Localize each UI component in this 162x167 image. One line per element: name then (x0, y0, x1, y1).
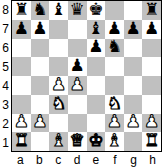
white-rook-h1[interactable]: ♜ (144, 132, 159, 149)
white-bishop-f1[interactable]: ♝ (107, 132, 122, 149)
rank-label-7: 7 (0, 19, 11, 38)
square-h7[interactable]: ♟ (142, 20, 161, 39)
white-king-e1[interactable]: ♚ (88, 132, 103, 149)
square-g1[interactable] (124, 132, 143, 151)
square-g8[interactable] (124, 1, 143, 20)
square-a8[interactable]: ♜ (12, 1, 31, 20)
square-f4[interactable] (105, 76, 124, 95)
file-label-b: b (30, 152, 49, 167)
square-c8[interactable]: ♝ (49, 1, 68, 20)
black-knight-b8[interactable]: ♞ (32, 1, 47, 18)
black-pawn-g7[interactable]: ♟ (125, 20, 140, 37)
square-c4[interactable]: ♟ (49, 76, 68, 95)
square-d2[interactable] (68, 114, 87, 133)
square-c1[interactable]: ♝ (49, 132, 68, 151)
white-pawn-g2[interactable]: ♟ (125, 114, 140, 131)
black-pawn-a7[interactable]: ♟ (14, 20, 29, 37)
square-g6[interactable] (124, 39, 143, 58)
square-c2[interactable] (49, 114, 68, 133)
square-b7[interactable]: ♟ (31, 20, 50, 39)
rank-labels: 87654321 (0, 0, 11, 152)
square-e4[interactable] (87, 76, 106, 95)
white-pawn-h2[interactable]: ♟ (144, 114, 159, 131)
rank-label-2: 2 (0, 114, 11, 133)
file-label-d: d (68, 152, 87, 167)
square-a4[interactable] (12, 76, 31, 95)
black-knight-f6[interactable]: ♞ (107, 39, 122, 56)
square-b3[interactable] (31, 95, 50, 114)
rank-label-4: 4 (0, 76, 11, 95)
square-c7[interactable] (49, 20, 68, 39)
black-pawn-h7[interactable]: ♟ (144, 20, 159, 37)
square-b5[interactable] (31, 57, 50, 76)
square-f7[interactable]: ♟ (105, 20, 124, 39)
square-b6[interactable] (31, 39, 50, 58)
rank-label-6: 6 (0, 38, 11, 57)
square-d3[interactable] (68, 95, 87, 114)
white-queen-d1[interactable]: ♛ (70, 132, 85, 149)
white-knight-f3[interactable]: ♞ (107, 95, 122, 112)
square-d5[interactable]: ♟ (68, 57, 87, 76)
chess-diagram: 87654321 ♜♞♝♛♚♜♟♟♝♟♟♟♟♞♟♟♟♞♞♟♟♟♟♟♜♝♛♚♝♜ … (0, 0, 162, 167)
white-bishop-c1[interactable]: ♝ (51, 132, 66, 149)
white-rook-a1[interactable]: ♜ (14, 132, 29, 149)
white-pawn-b2[interactable]: ♟ (32, 114, 47, 131)
square-e3[interactable] (87, 95, 106, 114)
square-h2[interactable]: ♟ (142, 114, 161, 133)
file-label-g: g (124, 152, 143, 167)
square-h8[interactable]: ♜ (142, 1, 161, 20)
square-a5[interactable] (12, 57, 31, 76)
square-e8[interactable]: ♚ (87, 1, 106, 20)
black-pawn-f7[interactable]: ♟ (107, 20, 122, 37)
square-a3[interactable] (12, 95, 31, 114)
white-knight-c3[interactable]: ♞ (51, 95, 66, 112)
square-e6[interactable]: ♟ (87, 39, 106, 58)
square-g4[interactable] (124, 76, 143, 95)
rank-label-8: 8 (0, 0, 11, 19)
rank-label-5: 5 (0, 57, 11, 76)
square-h3[interactable] (142, 95, 161, 114)
board-strip: 87654321 ♜♞♝♛♚♜♟♟♝♟♟♟♟♞♟♟♟♞♞♟♟♟♟♟♜♝♛♚♝♜ (0, 0, 162, 152)
black-bishop-c8[interactable]: ♝ (51, 1, 66, 18)
square-a7[interactable]: ♟ (12, 20, 31, 39)
square-h6[interactable] (142, 39, 161, 58)
square-b2[interactable]: ♟ (31, 114, 50, 133)
black-rook-h8[interactable]: ♜ (144, 1, 159, 18)
square-f3[interactable]: ♞ (105, 95, 124, 114)
black-pawn-d5[interactable]: ♟ (70, 57, 85, 74)
white-pawn-a2[interactable]: ♟ (14, 114, 29, 131)
black-bishop-e7[interactable]: ♝ (88, 20, 103, 37)
square-g3[interactable] (124, 95, 143, 114)
white-pawn-c4[interactable]: ♟ (51, 76, 66, 93)
file-label-h: h (143, 152, 162, 167)
square-e5[interactable] (87, 57, 106, 76)
file-labels: abcdefgh (11, 152, 162, 167)
square-f6[interactable]: ♞ (105, 39, 124, 58)
square-c5[interactable] (49, 57, 68, 76)
square-f8[interactable] (105, 1, 124, 20)
chess-board[interactable]: ♜♞♝♛♚♜♟♟♝♟♟♟♟♞♟♟♟♞♞♟♟♟♟♟♜♝♛♚♝♜ (11, 0, 162, 152)
black-king-e8[interactable]: ♚ (88, 1, 103, 18)
square-e7[interactable]: ♝ (87, 20, 106, 39)
square-h1[interactable]: ♜ (142, 132, 161, 151)
square-b4[interactable] (31, 76, 50, 95)
square-d7[interactable] (68, 20, 87, 39)
square-d4[interactable]: ♟ (68, 76, 87, 95)
square-d1[interactable]: ♛ (68, 132, 87, 151)
file-label-c: c (49, 152, 68, 167)
square-h5[interactable] (142, 57, 161, 76)
square-b1[interactable] (31, 132, 50, 151)
black-pawn-e6[interactable]: ♟ (88, 39, 103, 56)
square-a6[interactable] (12, 39, 31, 58)
square-d6[interactable] (68, 39, 87, 58)
square-d8[interactable]: ♛ (68, 1, 87, 20)
square-c3[interactable]: ♞ (49, 95, 68, 114)
square-f2[interactable]: ♟ (105, 114, 124, 133)
black-rook-a8[interactable]: ♜ (14, 1, 29, 18)
white-pawn-d4[interactable]: ♟ (70, 76, 85, 93)
square-e1[interactable]: ♚ (87, 132, 106, 151)
square-g2[interactable]: ♟ (124, 114, 143, 133)
black-pawn-b7[interactable]: ♟ (32, 20, 47, 37)
black-queen-d8[interactable]: ♛ (70, 1, 85, 18)
file-label-a: a (11, 152, 30, 167)
white-pawn-f2[interactable]: ♟ (107, 114, 122, 131)
square-h4[interactable] (142, 76, 161, 95)
rank-label-3: 3 (0, 95, 11, 114)
square-g7[interactable]: ♟ (124, 20, 143, 39)
square-g5[interactable] (124, 57, 143, 76)
square-e2[interactable] (87, 114, 106, 133)
file-label-f: f (105, 152, 124, 167)
square-b8[interactable]: ♞ (31, 1, 50, 20)
square-f5[interactable] (105, 57, 124, 76)
square-a1[interactable]: ♜ (12, 132, 31, 151)
file-label-e: e (87, 152, 106, 167)
square-a2[interactable]: ♟ (12, 114, 31, 133)
square-c6[interactable] (49, 39, 68, 58)
rank-label-1: 1 (0, 133, 11, 152)
square-f1[interactable]: ♝ (105, 132, 124, 151)
